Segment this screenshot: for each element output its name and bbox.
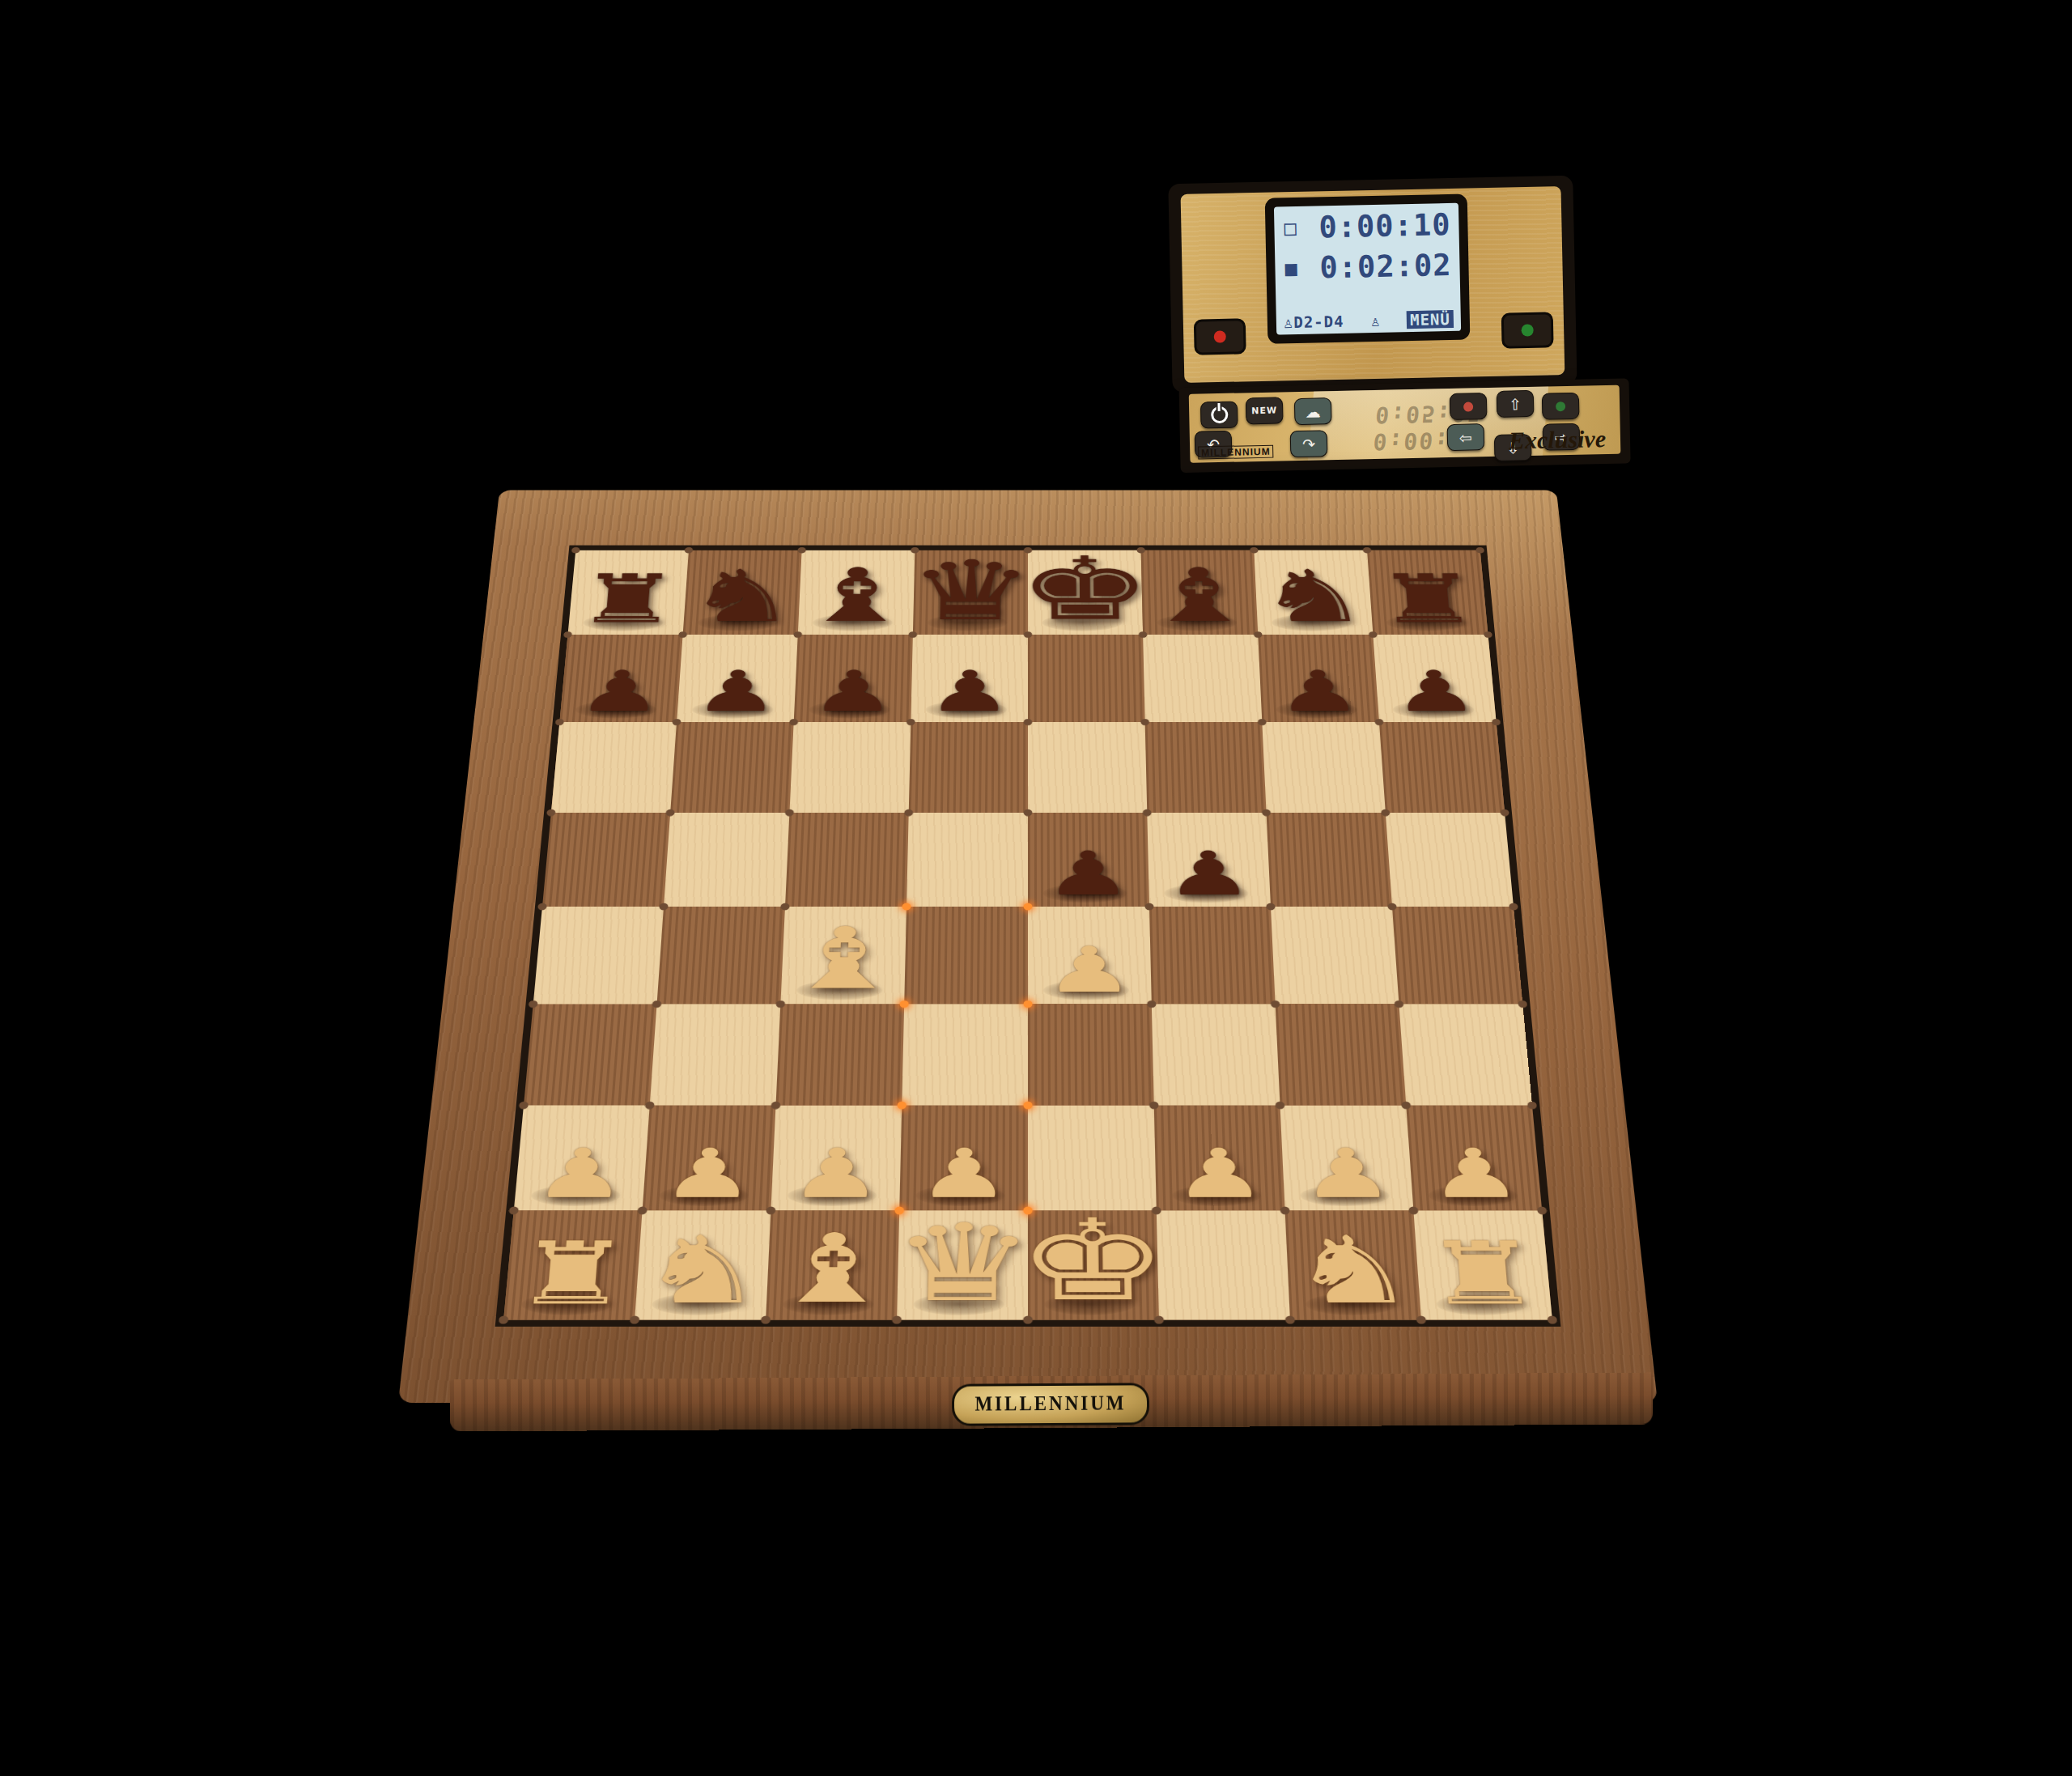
- square-b6[interactable]: [670, 722, 794, 813]
- square-e1[interactable]: ♚: [1028, 1210, 1159, 1319]
- sensor-dot: [1147, 1001, 1156, 1008]
- green-dot-icon: [1522, 324, 1534, 336]
- square-a5[interactable]: [542, 813, 670, 907]
- piece-black-pawn-f5[interactable]: ♟: [1164, 843, 1254, 904]
- square-d5[interactable]: [906, 813, 1028, 907]
- square-g1[interactable]: ♞: [1285, 1210, 1421, 1319]
- sensor-dot: [1280, 1207, 1290, 1215]
- clock-display-unit: □ 0:00:10 ■ 0:02:02 ♙D2-D4 ♙ MENÜ: [1168, 176, 1577, 393]
- sensor-dot: [1484, 631, 1492, 638]
- piece-black-pawn-c7[interactable]: ♟: [809, 663, 896, 720]
- square-b4[interactable]: [657, 907, 785, 1004]
- sensor-dot: [1408, 1207, 1418, 1215]
- red-dot-icon: [1214, 330, 1226, 342]
- sensor-led-lit: [1023, 1001, 1032, 1008]
- piece-white-pawn-d2[interactable]: ♟: [917, 1140, 1011, 1208]
- sensor-dot: [1395, 1001, 1404, 1008]
- white-time: 0:00:10: [1306, 206, 1451, 244]
- sensor-dot: [1024, 809, 1033, 816]
- square-h5[interactable]: [1386, 813, 1514, 907]
- sensor-dot: [1144, 903, 1153, 911]
- piece-white-knight-b1[interactable]: ♞: [637, 1224, 768, 1317]
- square-d3[interactable]: [902, 1004, 1028, 1105]
- sensor-dot: [1023, 1315, 1033, 1324]
- square-f1[interactable]: [1157, 1210, 1290, 1319]
- square-g2[interactable]: ♟: [1280, 1105, 1414, 1210]
- square-a6[interactable]: [551, 722, 677, 813]
- square-b5[interactable]: [664, 813, 789, 907]
- square-d4[interactable]: [904, 907, 1028, 1004]
- board-front-edge: MILLENNIUM: [450, 1372, 1653, 1431]
- square-c1[interactable]: ♝: [766, 1210, 899, 1319]
- piece-black-bishop-c8[interactable]: ♝: [798, 559, 914, 632]
- square-c3[interactable]: [775, 1004, 904, 1105]
- piece-white-pawn-b2[interactable]: ♟: [660, 1140, 757, 1208]
- board-perspective-wrap: ♜♞♝♛♚♝♞♜♟♟♟♟♟♟♟♟♝♟♟♟♟♟♟♟♟♜♞♝♛♚♞♜: [453, 380, 1603, 1433]
- square-h7[interactable]: ♟: [1373, 635, 1496, 722]
- square-f3[interactable]: [1152, 1004, 1280, 1105]
- piece-white-bishop-c4[interactable]: ♝: [781, 916, 906, 1001]
- square-g3[interactable]: [1276, 1004, 1407, 1105]
- sensor-dot: [1262, 809, 1271, 816]
- piece-black-knight-b8[interactable]: ♞: [685, 560, 800, 632]
- square-e3[interactable]: [1028, 1004, 1154, 1105]
- square-e7[interactable]: [1028, 635, 1145, 722]
- white-turn-icon: □: [1284, 215, 1297, 239]
- piece-white-bishop-c1[interactable]: ♝: [766, 1222, 898, 1317]
- square-a3[interactable]: [524, 1004, 657, 1105]
- square-a8[interactable]: ♜: [568, 550, 689, 635]
- lcd-bezel: □ 0:00:10 ■ 0:02:02 ♙D2-D4 ♙ MENÜ: [1265, 194, 1471, 344]
- square-b3[interactable]: [650, 1004, 781, 1105]
- piece-white-pawn-f2[interactable]: ♟: [1172, 1140, 1267, 1208]
- square-h3[interactable]: [1399, 1004, 1532, 1105]
- green-button[interactable]: [1501, 312, 1554, 348]
- lcd-status-row: ♙D2-D4 ♙ MENÜ: [1276, 310, 1461, 332]
- lcd-screen: □ 0:00:10 ■ 0:02:02 ♙D2-D4 ♙ MENÜ: [1274, 203, 1461, 335]
- square-c8[interactable]: ♝: [798, 550, 915, 635]
- sensor-dot: [1381, 809, 1390, 816]
- wooden-board-frame: ♜♞♝♛♚♝♞♜♟♟♟♟♟♟♟♟♝♟♟♟♟♟♟♟♟♜♞♝♛♚♞♜: [398, 490, 1658, 1403]
- square-e8[interactable]: ♚: [1028, 550, 1143, 635]
- square-g6[interactable]: [1262, 722, 1386, 813]
- square-d1[interactable]: ♛: [897, 1210, 1028, 1319]
- sensor-dot: [1509, 903, 1518, 911]
- sensor-dot: [1250, 547, 1259, 554]
- square-a4[interactable]: [533, 907, 664, 1004]
- menu-softkey[interactable]: MENÜ: [1407, 310, 1454, 329]
- black-time: 0:02:02: [1307, 247, 1452, 285]
- piece-black-rook-h8[interactable]: ♜: [1374, 566, 1482, 632]
- square-h4[interactable]: [1392, 907, 1522, 1004]
- piece-black-bishop-f8[interactable]: ♝: [1141, 559, 1257, 632]
- square-f5[interactable]: ♟: [1147, 813, 1271, 907]
- square-b1[interactable]: ♞: [635, 1210, 771, 1319]
- sensor-led-lit: [1023, 1207, 1033, 1215]
- playing-area: ♜♞♝♛♚♝♞♜♟♟♟♟♟♟♟♟♝♟♟♟♟♟♟♟♟♜♞♝♛♚♞♜: [495, 546, 1561, 1327]
- piece-white-rook-h1[interactable]: ♜: [1421, 1230, 1545, 1317]
- square-e6[interactable]: [1028, 722, 1147, 813]
- square-g7[interactable]: ♟: [1258, 635, 1379, 722]
- piece-black-queen-d8[interactable]: ♛: [906, 550, 1034, 632]
- square-h2[interactable]: ♟: [1406, 1105, 1542, 1210]
- white-clock-row: □ 0:00:10: [1274, 203, 1459, 248]
- square-d2[interactable]: ♟: [899, 1105, 1028, 1210]
- sensor-dot: [499, 1315, 509, 1324]
- sensor-dot: [1416, 1315, 1427, 1324]
- sensor-dot: [1271, 1001, 1280, 1008]
- sensor-dot: [1152, 1207, 1161, 1215]
- piece-black-knight-g8[interactable]: ♞: [1256, 560, 1371, 632]
- move-text: ♙D2-D4: [1284, 312, 1344, 332]
- sensor-dot: [1363, 547, 1372, 554]
- square-b2[interactable]: ♟: [643, 1105, 776, 1210]
- square-h1[interactable]: ♜: [1413, 1210, 1552, 1319]
- piece-black-pawn-d7[interactable]: ♟: [927, 663, 1013, 720]
- brand-plate: MILLENNIUM: [952, 1383, 1149, 1425]
- black-turn-icon: ■: [1284, 256, 1298, 279]
- square-g4[interactable]: [1271, 907, 1399, 1004]
- square-c7[interactable]: ♟: [794, 635, 913, 722]
- square-h6[interactable]: [1379, 722, 1505, 813]
- sensor-dot: [1149, 1102, 1159, 1109]
- sensor-dot: [1024, 631, 1032, 638]
- sensor-dot: [1401, 1102, 1411, 1109]
- sensor-dot: [1276, 1102, 1285, 1109]
- piece-black-king-e8[interactable]: ♚: [1018, 546, 1153, 632]
- piece-white-pawn-a2[interactable]: ♟: [532, 1140, 631, 1208]
- sensor-dot: [1518, 1001, 1527, 1008]
- brand-plate-text: MILLENNIUM: [974, 1393, 1126, 1416]
- sensor-dot: [1374, 719, 1383, 725]
- square-c4[interactable]: ♝: [780, 907, 906, 1004]
- square-f6[interactable]: [1145, 722, 1267, 813]
- square-d7[interactable]: ♟: [911, 635, 1028, 722]
- piece-black-pawn-a7[interactable]: ♟: [575, 663, 665, 720]
- product-photo-stage: □ 0:00:10 ■ 0:02:02 ♙D2-D4 ♙ MENÜ: [0, 0, 2072, 1776]
- square-e4[interactable]: ♟: [1028, 907, 1152, 1004]
- sensor-dot: [1492, 719, 1501, 725]
- red-button[interactable]: [1194, 318, 1246, 355]
- sensor-dot: [1387, 903, 1397, 911]
- square-g8[interactable]: ♞: [1254, 550, 1373, 635]
- square-e5[interactable]: ♟: [1028, 813, 1149, 907]
- sensor-led-lit: [1023, 903, 1032, 911]
- sensor-dot: [1369, 631, 1378, 638]
- sensor-dot: [1537, 1207, 1548, 1215]
- square-d8[interactable]: ♛: [913, 550, 1028, 635]
- piece-white-rook-a1[interactable]: ♜: [511, 1230, 635, 1317]
- square-g5[interactable]: [1267, 813, 1392, 907]
- sensor-dot: [1154, 1315, 1164, 1324]
- square-h8[interactable]: ♜: [1367, 550, 1488, 635]
- square-f4[interactable]: [1149, 907, 1276, 1004]
- piece-black-pawn-e5[interactable]: ♟: [1044, 843, 1133, 904]
- sensor-dot: [1136, 547, 1144, 554]
- square-f7[interactable]: [1143, 635, 1262, 722]
- sensor-dot: [1547, 1315, 1557, 1324]
- sensor-dot: [1266, 903, 1275, 911]
- square-b8[interactable]: ♞: [683, 550, 802, 635]
- piece-white-queen-d1[interactable]: ♛: [890, 1210, 1035, 1317]
- square-a2[interactable]: ♟: [514, 1105, 650, 1210]
- square-c5[interactable]: [785, 813, 909, 907]
- piece-black-pawn-b7[interactable]: ♟: [693, 663, 781, 720]
- piece-white-knight-g1[interactable]: ♞: [1288, 1224, 1419, 1317]
- sensor-dot: [1139, 631, 1148, 638]
- sensor-dot: [1140, 719, 1149, 725]
- sensor-dot: [1258, 719, 1267, 725]
- square-a7[interactable]: ♟: [559, 635, 682, 722]
- center-pawn-icon: ♙: [1371, 312, 1380, 329]
- piece-white-pawn-h2[interactable]: ♟: [1425, 1140, 1524, 1208]
- square-a1[interactable]: ♜: [503, 1210, 642, 1319]
- piece-black-pawn-g7[interactable]: ♟: [1275, 663, 1363, 720]
- piece-white-pawn-g2[interactable]: ♟: [1299, 1140, 1396, 1208]
- square-f8[interactable]: ♝: [1141, 550, 1259, 635]
- sensor-led-lit: [1023, 1102, 1032, 1109]
- square-c6[interactable]: [789, 722, 911, 813]
- square-f2[interactable]: ♟: [1154, 1105, 1285, 1210]
- sensor-dot: [1143, 809, 1152, 816]
- sensor-dot: [1527, 1102, 1537, 1109]
- sensor-dot: [1285, 1315, 1295, 1324]
- square-c2[interactable]: ♟: [771, 1105, 902, 1210]
- black-clock-row: ■ 0:02:02: [1275, 244, 1460, 288]
- piece-white-king-e1[interactable]: ♚: [1017, 1205, 1170, 1317]
- sensor-dot: [1500, 809, 1509, 816]
- sensor-dot: [1475, 547, 1484, 554]
- piece-black-rook-a8[interactable]: ♜: [574, 566, 681, 632]
- square-b7[interactable]: ♟: [677, 635, 798, 722]
- piece-white-pawn-e4[interactable]: ♟: [1044, 939, 1135, 1002]
- sensor-dot: [1024, 547, 1032, 554]
- sensor-dot: [1024, 719, 1033, 725]
- square-d6[interactable]: [909, 722, 1028, 813]
- piece-white-pawn-c2[interactable]: ♟: [788, 1140, 884, 1208]
- piece-black-pawn-h7[interactable]: ♟: [1391, 663, 1480, 720]
- board-grid: ♜♞♝♛♚♝♞♜♟♟♟♟♟♟♟♟♝♟♟♟♟♟♟♟♟♜♞♝♛♚♞♜: [503, 550, 1552, 1320]
- move-pawn-icon: ♙: [1284, 313, 1294, 331]
- sensor-dot: [1254, 631, 1263, 638]
